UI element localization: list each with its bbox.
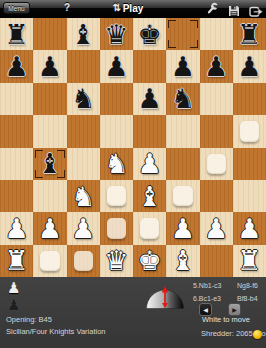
square-b7[interactable]: ♟ xyxy=(33,50,66,82)
square-c4[interactable] xyxy=(67,148,100,180)
piece-white-rook[interactable]: ♜ xyxy=(5,247,29,274)
engine-mood-icon xyxy=(253,330,262,339)
piece-black-pawn[interactable]: ♟ xyxy=(138,85,162,112)
square-d1[interactable]: ♛ xyxy=(100,245,133,277)
piece-black-king[interactable]: ♚ xyxy=(138,21,162,48)
move-target-marker[interactable] xyxy=(40,251,59,271)
square-f3[interactable] xyxy=(166,180,199,212)
square-c7[interactable] xyxy=(67,50,100,82)
square-a2[interactable]: ♟ xyxy=(0,212,33,244)
piece-white-king[interactable]: ♚ xyxy=(138,247,162,274)
info-panel: ♟ ♟ 5.Nb1-c3 Ng8-f6 6.Bc1-e3 xyxy=(0,277,266,348)
piece-black-bishop[interactable]: ♝ xyxy=(38,150,62,177)
move-text: 5.Nb1-c3 xyxy=(193,282,221,289)
square-e5[interactable] xyxy=(133,115,166,147)
square-f7[interactable]: ♟ xyxy=(166,50,199,82)
piece-black-bishop[interactable]: ♝ xyxy=(71,21,95,48)
square-c5[interactable] xyxy=(67,115,100,147)
toolbar: Menu ? ⇅ Play xyxy=(0,0,266,18)
piece-black-pawn[interactable]: ♟ xyxy=(171,53,195,80)
piece-white-bishop[interactable]: ♝ xyxy=(171,247,195,274)
square-g6[interactable] xyxy=(200,83,233,115)
move-target-marker[interactable] xyxy=(107,218,126,238)
square-h7[interactable]: ♟ xyxy=(233,50,266,82)
move-target-marker[interactable] xyxy=(240,121,259,141)
square-d4[interactable]: ♞ xyxy=(100,148,133,180)
piece-black-pawn[interactable]: ♟ xyxy=(104,53,128,80)
square-e3[interactable]: ♝ xyxy=(133,180,166,212)
piece-black-pawn[interactable]: ♟ xyxy=(5,53,29,80)
piece-black-rook[interactable]: ♜ xyxy=(237,21,261,48)
square-d2[interactable] xyxy=(100,212,133,244)
opening-code: Opening: B45 xyxy=(6,315,52,324)
square-c2[interactable]: ♟ xyxy=(67,212,100,244)
share-icon[interactable] xyxy=(249,3,263,17)
captured-black-pawn-icon: ♟ xyxy=(7,298,20,313)
move-text: 6.Bc1-e3 xyxy=(193,295,221,302)
square-c6[interactable]: ♞ xyxy=(67,83,100,115)
square-g7[interactable]: ♟ xyxy=(200,50,233,82)
square-d3[interactable] xyxy=(100,180,133,212)
piece-white-rook[interactable]: ♜ xyxy=(237,247,261,274)
piece-white-pawn[interactable]: ♟ xyxy=(38,215,62,242)
piece-black-rook[interactable]: ♜ xyxy=(5,21,29,48)
square-c8[interactable]: ♝ xyxy=(67,18,100,50)
move-text: Ng8-f6 xyxy=(237,282,258,289)
move-target-marker[interactable] xyxy=(140,218,159,238)
move-text: Bf8-b4 xyxy=(237,295,258,302)
square-c1[interactable] xyxy=(67,245,100,277)
square-h8[interactable]: ♜ xyxy=(233,18,266,50)
square-f1[interactable]: ♝ xyxy=(166,245,199,277)
move-target-marker[interactable] xyxy=(173,186,192,206)
square-h5[interactable] xyxy=(233,115,266,147)
move-target-marker[interactable] xyxy=(207,154,226,174)
shredder-chess-app: Menu ? ⇅ Play xyxy=(0,0,266,348)
square-g1[interactable] xyxy=(200,245,233,277)
piece-white-pawn[interactable]: ♟ xyxy=(138,150,162,177)
square-b4[interactable]: ♝ xyxy=(33,148,66,180)
evaluation-gauge xyxy=(146,285,184,313)
square-g8[interactable] xyxy=(200,18,233,50)
square-e6[interactable]: ♟ xyxy=(133,83,166,115)
square-d8[interactable]: ♛ xyxy=(100,18,133,50)
piece-white-pawn[interactable]: ♟ xyxy=(237,215,261,242)
square-f6[interactable]: ♞ xyxy=(166,83,199,115)
square-a8[interactable]: ♜ xyxy=(0,18,33,50)
piece-white-pawn[interactable]: ♟ xyxy=(171,215,195,242)
square-h3[interactable] xyxy=(233,180,266,212)
square-f8[interactable] xyxy=(166,18,199,50)
square-a6[interactable] xyxy=(0,83,33,115)
square-g3[interactable] xyxy=(200,180,233,212)
piece-white-knight[interactable]: ♞ xyxy=(71,183,95,210)
piece-black-queen[interactable]: ♛ xyxy=(104,21,128,48)
square-d6[interactable] xyxy=(100,83,133,115)
chess-board: ♜♝♛♚♜♟♟♟♟♟♟♞♟♞♝♞♟♞♝♟♟♟♟♟♟♜♛♚♝♜ xyxy=(0,18,266,277)
turn-status: White to move xyxy=(202,315,250,324)
square-e1[interactable]: ♚ xyxy=(133,245,166,277)
square-g4[interactable] xyxy=(200,148,233,180)
piece-black-pawn[interactable]: ♟ xyxy=(237,53,261,80)
piece-black-pawn[interactable]: ♟ xyxy=(204,53,228,80)
piece-white-pawn[interactable]: ♟ xyxy=(204,215,228,242)
square-h2[interactable]: ♟ xyxy=(233,212,266,244)
square-d7[interactable]: ♟ xyxy=(100,50,133,82)
square-g2[interactable]: ♟ xyxy=(200,212,233,244)
move-target-marker[interactable] xyxy=(74,251,93,271)
square-a1[interactable]: ♜ xyxy=(0,245,33,277)
square-e4[interactable]: ♟ xyxy=(133,148,166,180)
piece-black-knight[interactable]: ♞ xyxy=(71,85,95,112)
square-a4[interactable] xyxy=(0,148,33,180)
page-title: Play xyxy=(0,3,266,14)
piece-white-knight[interactable]: ♞ xyxy=(104,150,128,177)
square-b8[interactable] xyxy=(33,18,66,50)
piece-white-pawn[interactable]: ♟ xyxy=(5,215,29,242)
piece-white-bishop[interactable]: ♝ xyxy=(138,183,162,210)
piece-black-pawn[interactable]: ♟ xyxy=(38,53,62,80)
square-e7[interactable] xyxy=(133,50,166,82)
square-h4[interactable] xyxy=(233,148,266,180)
move-target-marker[interactable] xyxy=(107,186,126,206)
square-c3[interactable]: ♞ xyxy=(67,180,100,212)
last-move-marker xyxy=(166,18,199,50)
square-e8[interactable]: ♚ xyxy=(133,18,166,50)
piece-black-knight[interactable]: ♞ xyxy=(171,85,195,112)
square-f2[interactable]: ♟ xyxy=(166,212,199,244)
square-h6[interactable] xyxy=(233,83,266,115)
square-b2[interactable]: ♟ xyxy=(33,212,66,244)
square-f5[interactable] xyxy=(166,115,199,147)
square-b6[interactable] xyxy=(33,83,66,115)
opening-name: Sicilian/Four Knights Variation xyxy=(6,327,106,336)
save-icon[interactable] xyxy=(228,3,242,17)
back-arrow-icon: ◀ xyxy=(203,307,208,313)
square-a3[interactable] xyxy=(0,180,33,212)
square-b5[interactable] xyxy=(33,115,66,147)
square-b1[interactable] xyxy=(33,245,66,277)
square-g5[interactable] xyxy=(200,115,233,147)
last-move-marker xyxy=(166,18,199,50)
wrench-icon[interactable] xyxy=(205,2,219,16)
square-f4[interactable] xyxy=(166,148,199,180)
square-b3[interactable] xyxy=(33,180,66,212)
square-d5[interactable] xyxy=(100,115,133,147)
piece-white-pawn[interactable]: ♟ xyxy=(71,215,95,242)
square-a5[interactable] xyxy=(0,115,33,147)
square-e2[interactable] xyxy=(133,212,166,244)
square-h1[interactable]: ♜ xyxy=(233,245,266,277)
forward-arrow-icon: ▶ xyxy=(232,307,237,313)
piece-white-queen[interactable]: ♛ xyxy=(104,247,128,274)
square-a7[interactable]: ♟ xyxy=(0,50,33,82)
captured-white-pawn-icon: ♟ xyxy=(7,281,20,296)
